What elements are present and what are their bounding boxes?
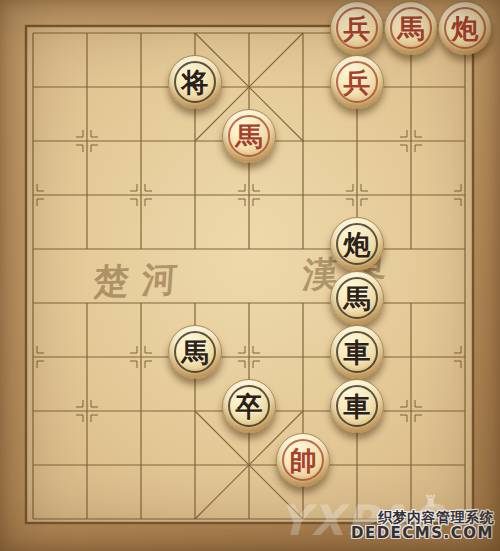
piece-red-pawn-a[interactable]: 兵 [330,1,384,55]
piece-red-horse-b[interactable]: 馬 [222,109,276,163]
xiangqi-app: 楚河 漢界 兵馬炮将兵馬炮馬馬車卒車帥 YXPAC ♜ 织梦内容管理系统 DED… [0,0,500,551]
piece-glyph-black-horse-b: 馬 [182,339,209,366]
piece-glyph-red-cannon-a: 炮 [452,15,479,42]
piece-red-cannon-a[interactable]: 炮 [438,1,492,55]
piece-glyph-red-pawn-b: 兵 [344,69,371,96]
piece-red-general[interactable]: 帥 [276,433,330,487]
watermark-cn-text: 织梦内容管理系统 [351,509,494,525]
piece-black-general[interactable]: 将 [168,55,222,109]
piece-black-chariot-b[interactable]: 車 [330,379,384,433]
piece-glyph-black-cannon: 炮 [344,231,371,258]
piece-glyph-red-general: 帥 [290,447,317,474]
piece-black-horse-a[interactable]: 馬 [330,271,384,325]
piece-black-chariot-a[interactable]: 車 [330,325,384,379]
piece-glyph-red-horse-a: 馬 [398,15,425,42]
piece-glyph-red-pawn-a: 兵 [344,15,371,42]
watermark-domain-text: DEDECMS.COM [351,525,494,542]
piece-glyph-black-horse-a: 馬 [344,285,371,312]
piece-black-cannon[interactable]: 炮 [330,217,384,271]
piece-glyph-black-pawn: 卒 [236,393,263,420]
piece-black-horse-b[interactable]: 馬 [168,325,222,379]
piece-glyph-black-chariot-a: 車 [344,339,371,366]
piece-glyph-red-horse-b: 馬 [236,123,263,150]
piece-red-horse-a[interactable]: 馬 [384,1,438,55]
piece-red-pawn-b[interactable]: 兵 [330,55,384,109]
piece-glyph-black-chariot-b: 車 [344,393,371,420]
piece-glyph-black-general: 将 [182,69,209,96]
watermark: 织梦内容管理系统 DEDECMS.COM [351,509,494,542]
pieces-layer[interactable]: 兵馬炮将兵馬炮馬馬車卒車帥 [6,6,492,546]
piece-black-pawn[interactable]: 卒 [222,379,276,433]
